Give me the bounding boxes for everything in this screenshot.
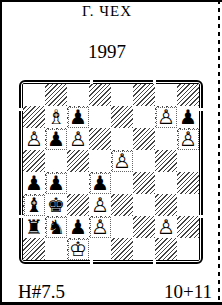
square-a1 [23,238,45,260]
square-g8 [155,84,177,106]
square-b7: ♗ [45,106,67,128]
square-h8 [177,84,199,106]
square-f7 [133,106,155,128]
square-a3: ♝ [23,194,45,216]
white-pawn-g2: ♙ [155,216,177,238]
square-b6: ♟ [45,128,67,150]
page-border-right-dashed [218,0,220,302]
black-king-b3: ♚ [45,194,67,216]
square-h6: ♙ [177,128,199,150]
square-h4 [177,172,199,194]
square-c8 [67,84,89,106]
page-border-top [0,0,222,2]
square-a8 [23,84,45,106]
square-e5: ♙ [111,150,133,172]
square-f8 [133,84,155,106]
square-g5 [155,150,177,172]
material-count-label: 10+11 [164,281,212,303]
white-king-c1: ♔ [67,238,89,260]
frame-gap [199,215,203,218]
square-c6: ♙ [67,128,89,150]
square-b8 [45,84,67,106]
square-d6 [89,128,111,150]
square-c1: ♔ [67,238,89,260]
frame-gap [19,215,23,218]
square-b2: ♞ [45,216,67,238]
white-pawn-a6: ♙ [23,128,45,150]
square-g1 [155,238,177,260]
square-d1 [89,238,111,260]
page-border-left [0,0,2,305]
square-d2: ♙ [89,216,111,238]
square-g4 [155,172,177,194]
square-d8 [89,84,111,106]
square-c4 [67,172,89,194]
caption-row: H#7.5 10+11 [18,281,212,303]
chess-board: ♗♟♙♟♙♟♙♙♙♟♟♟♝♚♙♜♞♟♙♙♔ [23,84,199,260]
chess-problem-card: Г. ЧЕХ 1997 ♗♟♙♟♙♟♙♙♙♟♟♟♝♚♙♜♞♟♙♙♔ H#7.5 … [0,0,222,305]
square-c5 [67,150,89,172]
frame-gap [90,80,93,84]
square-e8 [111,84,133,106]
square-b1 [45,238,67,260]
black-pawn-b4: ♟ [45,172,67,194]
year-label: 1997 [0,41,214,63]
black-knight-b2: ♞ [45,216,67,238]
square-g2: ♙ [155,216,177,238]
square-e2 [111,216,133,238]
white-bishop-b7: ♗ [45,106,67,128]
square-f6 [133,128,155,150]
white-pawn-h6: ♙ [177,128,199,150]
square-d7 [89,106,111,128]
square-d5 [89,150,111,172]
white-pawn-g7: ♙ [155,106,177,128]
white-pawn-d2: ♙ [89,216,111,238]
black-pawn-h7: ♟ [177,106,199,128]
square-b3: ♚ [45,194,67,216]
square-b5 [45,150,67,172]
square-a5 [23,150,45,172]
square-h7: ♟ [177,106,199,128]
stipulation-label: H#7.5 [18,281,65,303]
frame-gap [153,80,156,84]
square-e6 [111,128,133,150]
square-d4: ♟ [89,172,111,194]
author-title: Г. ЧЕХ [0,3,214,20]
black-bishop-a3: ♝ [23,194,45,216]
square-f3 [133,194,155,216]
square-c3 [67,194,89,216]
square-e7 [111,106,133,128]
black-pawn-c2: ♟ [67,216,89,238]
square-g6 [155,128,177,150]
white-pawn-e5: ♙ [111,150,133,172]
square-h3 [177,194,199,216]
square-a2: ♜ [23,216,45,238]
frame-gap [153,260,156,264]
frame-gap [19,108,23,111]
square-g3 [155,194,177,216]
black-rook-a2: ♜ [23,216,45,238]
square-a6: ♙ [23,128,45,150]
square-a4: ♟ [23,172,45,194]
square-f5 [133,150,155,172]
square-c2: ♟ [67,216,89,238]
black-pawn-d4: ♟ [89,172,111,194]
black-pawn-a4: ♟ [23,172,45,194]
square-f2 [133,216,155,238]
square-e3 [111,194,133,216]
square-b4: ♟ [45,172,67,194]
square-a7 [23,106,45,128]
white-pawn-d3: ♙ [89,194,111,216]
square-d3: ♙ [89,194,111,216]
white-pawn-c6: ♙ [67,128,89,150]
chess-board-frame: ♗♟♙♟♙♟♙♙♙♟♟♟♝♚♙♜♞♟♙♙♔ [19,80,203,264]
square-f1 [133,238,155,260]
square-h1 [177,238,199,260]
square-g7: ♙ [155,106,177,128]
black-pawn-b6: ♟ [45,128,67,150]
chess-board-inner-border: ♗♟♙♟♙♟♙♙♙♟♟♟♝♚♙♜♞♟♙♙♔ [22,83,200,261]
square-c7: ♟ [67,106,89,128]
square-h2 [177,216,199,238]
square-e1 [111,238,133,260]
square-f4 [133,172,155,194]
square-h5 [177,150,199,172]
black-pawn-c7: ♟ [67,106,89,128]
square-e4 [111,172,133,194]
frame-gap [90,260,93,264]
frame-gap [199,108,203,111]
